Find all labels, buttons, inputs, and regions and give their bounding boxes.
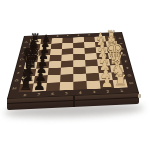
pieces-layer: ♜♟♟♜♞♟♟♞♝♟♟♝♚♟♟♚♛♟♟♛♝♟♟♝♞♟♟♞♜♟♟♜ [0,0,150,150]
white-rook: ♜ [113,73,127,89]
chess-set-photo: 8877665544332211AABBCCDDEEFFGGHH ♜♟♟♜♞♟♟… [0,0,150,150]
black-rook: ♜ [19,77,33,93]
white-pawn: ♟ [101,75,114,89]
black-pawn: ♟ [33,78,46,92]
